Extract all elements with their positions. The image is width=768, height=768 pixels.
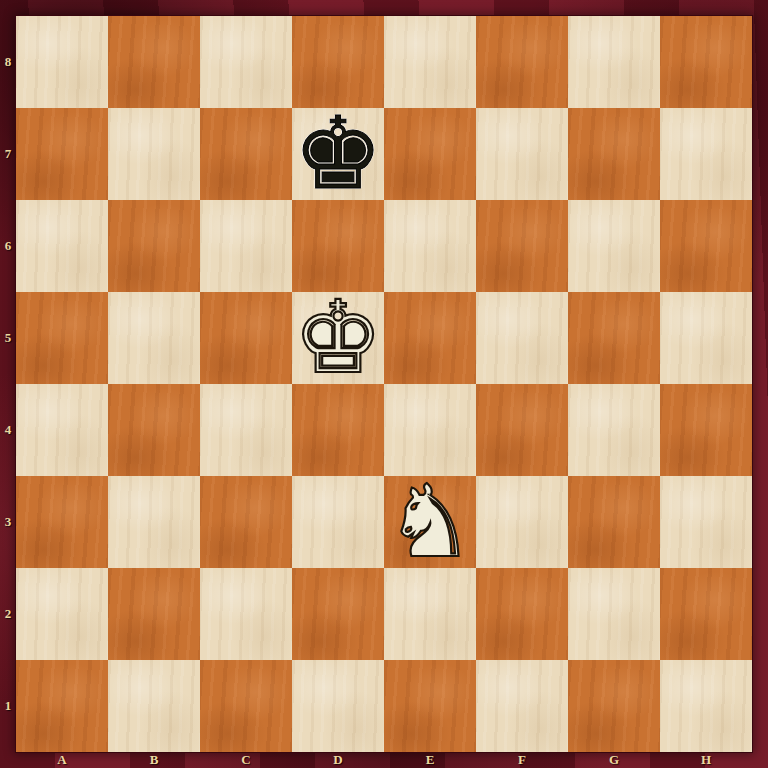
square-h2[interactable] <box>660 568 752 660</box>
square-e7[interactable] <box>384 108 476 200</box>
file-label-h: H <box>660 752 752 768</box>
square-f4[interactable] <box>476 384 568 476</box>
rank-label-3: 3 <box>0 476 16 568</box>
square-h8[interactable] <box>660 16 752 108</box>
square-e6[interactable] <box>384 200 476 292</box>
square-h4[interactable] <box>660 384 752 476</box>
file-label-d: D <box>292 752 384 768</box>
square-g1[interactable] <box>568 660 660 752</box>
file-label-c: C <box>200 752 292 768</box>
rank-label-6: 6 <box>0 200 16 292</box>
file-label-f: F <box>476 752 568 768</box>
square-e1[interactable] <box>384 660 476 752</box>
file-label-b: B <box>108 752 200 768</box>
square-h3[interactable] <box>660 476 752 568</box>
square-b3[interactable] <box>108 476 200 568</box>
square-c6[interactable] <box>200 200 292 292</box>
square-d4[interactable] <box>292 384 384 476</box>
square-b1[interactable] <box>108 660 200 752</box>
square-b7[interactable] <box>108 108 200 200</box>
square-a2[interactable] <box>16 568 108 660</box>
square-f5[interactable] <box>476 292 568 384</box>
square-a7[interactable] <box>16 108 108 200</box>
square-c3[interactable] <box>200 476 292 568</box>
square-b2[interactable] <box>108 568 200 660</box>
square-a8[interactable] <box>16 16 108 108</box>
square-h7[interactable] <box>660 108 752 200</box>
square-f1[interactable] <box>476 660 568 752</box>
square-a5[interactable] <box>16 292 108 384</box>
rank-label-7: 7 <box>0 108 16 200</box>
square-f8[interactable] <box>476 16 568 108</box>
square-a4[interactable] <box>16 384 108 476</box>
square-c8[interactable] <box>200 16 292 108</box>
square-g4[interactable] <box>568 384 660 476</box>
square-h1[interactable] <box>660 660 752 752</box>
chess-board[interactable]: ♚♚♞ <box>16 16 752 752</box>
square-c2[interactable] <box>200 568 292 660</box>
square-h6[interactable] <box>660 200 752 292</box>
square-b4[interactable] <box>108 384 200 476</box>
square-b6[interactable] <box>108 200 200 292</box>
file-label-a: A <box>16 752 108 768</box>
square-d2[interactable] <box>292 568 384 660</box>
square-f6[interactable] <box>476 200 568 292</box>
rank-label-8: 8 <box>0 16 16 108</box>
square-f2[interactable] <box>476 568 568 660</box>
black-king-d7[interactable]: ♚ <box>292 108 384 200</box>
square-f3[interactable] <box>476 476 568 568</box>
square-a6[interactable] <box>16 200 108 292</box>
square-d3[interactable] <box>292 476 384 568</box>
white-king-d5[interactable]: ♚ <box>292 292 384 384</box>
square-g5[interactable] <box>568 292 660 384</box>
square-b8[interactable] <box>108 16 200 108</box>
square-a1[interactable] <box>16 660 108 752</box>
file-label-e: E <box>384 752 476 768</box>
square-c7[interactable] <box>200 108 292 200</box>
square-c5[interactable] <box>200 292 292 384</box>
square-g7[interactable] <box>568 108 660 200</box>
board-frame: ♚♚♞ 87654321 ABCDEFGH <box>0 0 768 768</box>
square-h5[interactable] <box>660 292 752 384</box>
square-g8[interactable] <box>568 16 660 108</box>
square-c4[interactable] <box>200 384 292 476</box>
rank-label-2: 2 <box>0 568 16 660</box>
square-b5[interactable] <box>108 292 200 384</box>
rank-label-1: 1 <box>0 660 16 752</box>
square-f7[interactable] <box>476 108 568 200</box>
rank-label-5: 5 <box>0 292 16 384</box>
square-e8[interactable] <box>384 16 476 108</box>
square-e2[interactable] <box>384 568 476 660</box>
square-g2[interactable] <box>568 568 660 660</box>
square-d1[interactable] <box>292 660 384 752</box>
white-knight-e3[interactable]: ♞ <box>384 476 476 568</box>
square-e5[interactable] <box>384 292 476 384</box>
square-g3[interactable] <box>568 476 660 568</box>
square-g6[interactable] <box>568 200 660 292</box>
rank-label-4: 4 <box>0 384 16 476</box>
square-a3[interactable] <box>16 476 108 568</box>
square-c1[interactable] <box>200 660 292 752</box>
file-label-g: G <box>568 752 660 768</box>
